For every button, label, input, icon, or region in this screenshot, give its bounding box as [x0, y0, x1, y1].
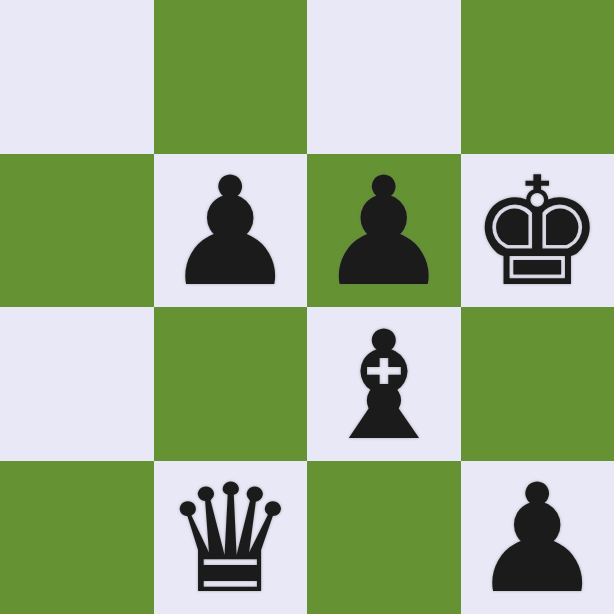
square-r4c1[interactable] — [0, 461, 154, 614]
piece-black-pawn[interactable]: ♟ — [163, 157, 297, 307]
piece-black-pawn[interactable]: ♟ — [317, 157, 451, 307]
square-r1c1[interactable] — [0, 0, 154, 154]
square-r2c4[interactable]: ♚ — [461, 154, 614, 308]
square-r4c3[interactable] — [307, 461, 461, 614]
piece-black-pawn[interactable]: ♟ — [470, 464, 604, 614]
square-r2c2[interactable]: ♟ — [154, 154, 308, 308]
square-r3c2[interactable] — [154, 307, 308, 461]
square-r2c3[interactable]: ♟ — [307, 154, 461, 308]
square-r1c4[interactable] — [461, 0, 614, 154]
square-r3c4[interactable] — [461, 307, 614, 461]
square-r4c4[interactable]: ♟ — [461, 461, 614, 614]
square-r1c2[interactable] — [154, 0, 308, 154]
piece-black-queen[interactable]: ♛ — [163, 464, 297, 614]
square-r4c2[interactable]: ♛ — [154, 461, 308, 614]
square-r3c3[interactable]: ♝ — [307, 307, 461, 461]
piece-black-bishop[interactable]: ♝ — [317, 311, 451, 461]
square-r3c1[interactable] — [0, 307, 154, 461]
piece-black-king[interactable]: ♚ — [470, 157, 604, 307]
chess-board: ♟♟♚♝♛♟ — [0, 0, 614, 614]
square-r2c1[interactable] — [0, 154, 154, 308]
square-r1c3[interactable] — [307, 0, 461, 154]
